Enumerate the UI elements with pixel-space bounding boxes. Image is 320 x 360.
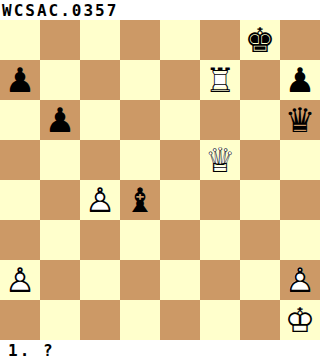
white-king[interactable]: ♚♔: [280, 300, 320, 340]
square-e2[interactable]: [160, 260, 200, 300]
square-f7[interactable]: ♜♖: [200, 60, 240, 100]
square-a1[interactable]: [0, 300, 40, 340]
square-a3[interactable]: [0, 220, 40, 260]
black-pawn[interactable]: ♟: [40, 100, 80, 140]
square-d7[interactable]: [120, 60, 160, 100]
square-e6[interactable]: [160, 100, 200, 140]
white-pawn-glyph: ♙: [0, 260, 40, 300]
square-c5[interactable]: [80, 140, 120, 180]
square-e5[interactable]: [160, 140, 200, 180]
square-b7[interactable]: [40, 60, 80, 100]
white-pawn[interactable]: ♟♙: [280, 260, 320, 300]
square-a7[interactable]: ♟: [0, 60, 40, 100]
square-c3[interactable]: [80, 220, 120, 260]
square-f2[interactable]: [200, 260, 240, 300]
white-queen[interactable]: ♛♕: [200, 140, 240, 180]
black-king-glyph: ♚: [240, 20, 280, 60]
square-g4[interactable]: [240, 180, 280, 220]
square-c4[interactable]: ♟♙: [80, 180, 120, 220]
black-bishop-glyph: ♝: [120, 180, 160, 220]
square-d3[interactable]: [120, 220, 160, 260]
black-pawn[interactable]: ♟: [280, 60, 320, 100]
square-a4[interactable]: [0, 180, 40, 220]
puzzle-title: WCSAC.0357: [0, 0, 320, 20]
square-f5[interactable]: ♛♕: [200, 140, 240, 180]
square-a6[interactable]: [0, 100, 40, 140]
white-pawn[interactable]: ♟♙: [80, 180, 120, 220]
square-f3[interactable]: [200, 220, 240, 260]
white-pawn[interactable]: ♟♙: [0, 260, 40, 300]
square-g1[interactable]: [240, 300, 280, 340]
black-queen-glyph: ♛: [280, 100, 320, 140]
square-b5[interactable]: [40, 140, 80, 180]
square-e7[interactable]: [160, 60, 200, 100]
square-h7[interactable]: ♟: [280, 60, 320, 100]
square-e3[interactable]: [160, 220, 200, 260]
square-g7[interactable]: [240, 60, 280, 100]
move-prompt: 1. ?: [0, 340, 320, 360]
black-pawn-glyph: ♟: [280, 60, 320, 100]
square-f8[interactable]: [200, 20, 240, 60]
square-a8[interactable]: [0, 20, 40, 60]
square-b6[interactable]: ♟: [40, 100, 80, 140]
square-e1[interactable]: [160, 300, 200, 340]
chess-diagram: WCSAC.0357 ♚♟♜♖♟♟♛♛♕♟♙♝♟♙♟♙♚♔ 1. ?: [0, 0, 320, 360]
black-king[interactable]: ♚: [240, 20, 280, 60]
square-h5[interactable]: [280, 140, 320, 180]
square-b4[interactable]: [40, 180, 80, 220]
square-g8[interactable]: ♚: [240, 20, 280, 60]
square-g3[interactable]: [240, 220, 280, 260]
square-g2[interactable]: [240, 260, 280, 300]
square-c2[interactable]: [80, 260, 120, 300]
square-e8[interactable]: [160, 20, 200, 60]
square-h1[interactable]: ♚♔: [280, 300, 320, 340]
square-h6[interactable]: ♛: [280, 100, 320, 140]
square-b8[interactable]: [40, 20, 80, 60]
square-d4[interactable]: ♝: [120, 180, 160, 220]
square-h8[interactable]: [280, 20, 320, 60]
black-pawn-glyph: ♟: [0, 60, 40, 100]
black-queen[interactable]: ♛: [280, 100, 320, 140]
white-pawn-glyph: ♙: [80, 180, 120, 220]
white-queen-glyph: ♕: [200, 140, 240, 180]
black-pawn-glyph: ♟: [40, 100, 80, 140]
square-f1[interactable]: [200, 300, 240, 340]
square-d1[interactable]: [120, 300, 160, 340]
black-bishop[interactable]: ♝: [120, 180, 160, 220]
square-e4[interactable]: [160, 180, 200, 220]
square-b1[interactable]: [40, 300, 80, 340]
square-a5[interactable]: [0, 140, 40, 180]
square-h4[interactable]: [280, 180, 320, 220]
square-c1[interactable]: [80, 300, 120, 340]
square-g6[interactable]: [240, 100, 280, 140]
square-f4[interactable]: [200, 180, 240, 220]
chess-board: ♚♟♜♖♟♟♛♛♕♟♙♝♟♙♟♙♚♔: [0, 20, 320, 340]
square-h3[interactable]: [280, 220, 320, 260]
square-c7[interactable]: [80, 60, 120, 100]
square-b2[interactable]: [40, 260, 80, 300]
square-h2[interactable]: ♟♙: [280, 260, 320, 300]
square-d5[interactable]: [120, 140, 160, 180]
white-rook-glyph: ♖: [200, 60, 240, 100]
white-pawn-glyph: ♙: [280, 260, 320, 300]
square-d2[interactable]: [120, 260, 160, 300]
square-a2[interactable]: ♟♙: [0, 260, 40, 300]
square-g5[interactable]: [240, 140, 280, 180]
square-c6[interactable]: [80, 100, 120, 140]
white-rook[interactable]: ♜♖: [200, 60, 240, 100]
square-c8[interactable]: [80, 20, 120, 60]
square-d6[interactable]: [120, 100, 160, 140]
black-pawn[interactable]: ♟: [0, 60, 40, 100]
square-d8[interactable]: [120, 20, 160, 60]
square-f6[interactable]: [200, 100, 240, 140]
square-b3[interactable]: [40, 220, 80, 260]
white-king-glyph: ♔: [280, 300, 320, 340]
